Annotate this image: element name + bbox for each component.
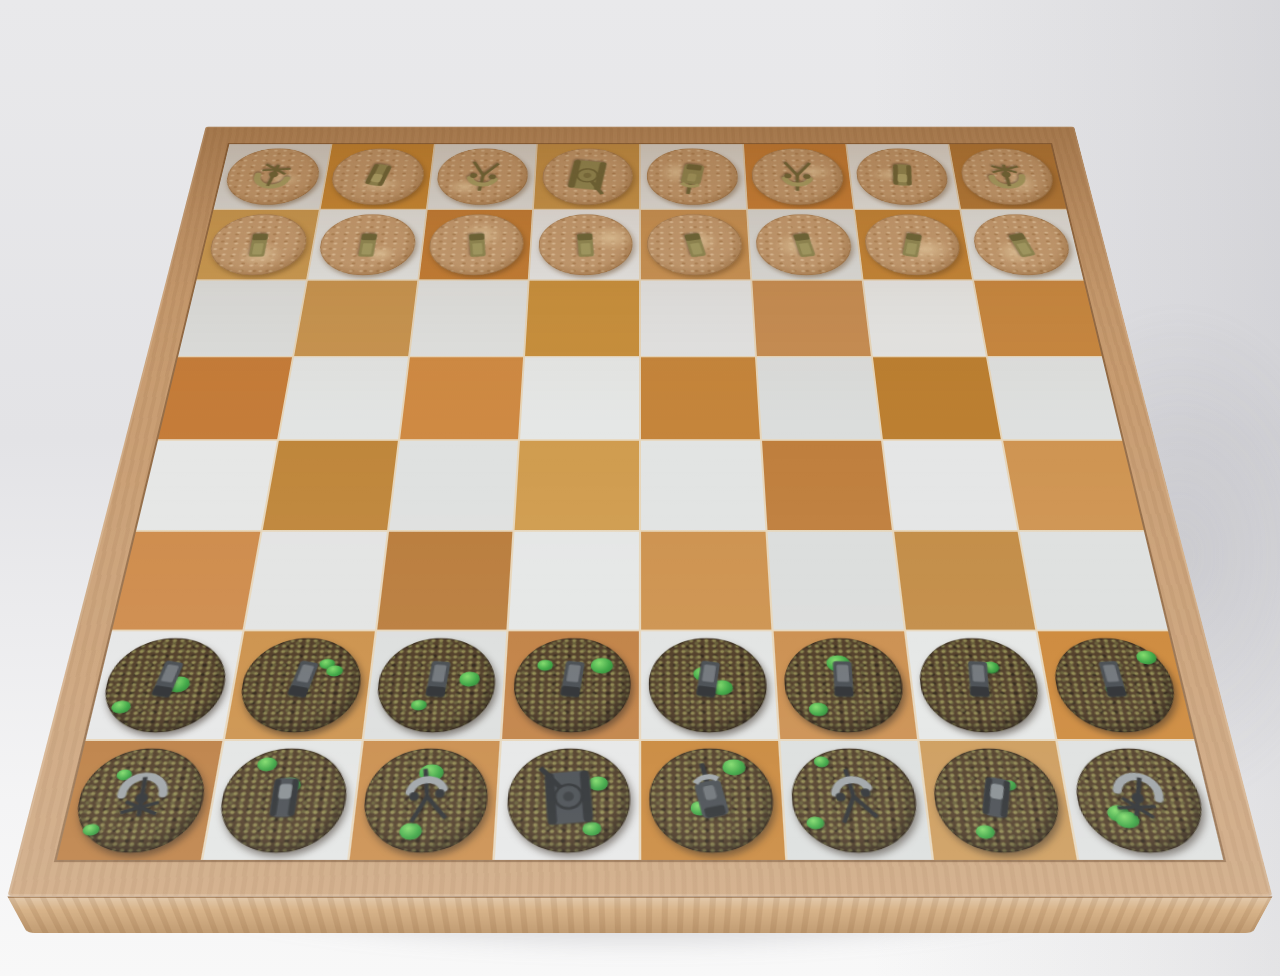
square-b4[interactable] bbox=[262, 441, 397, 530]
tank-icon bbox=[550, 152, 624, 198]
square-f4[interactable] bbox=[762, 441, 892, 530]
square-b7[interactable] bbox=[308, 210, 426, 280]
foliage-tuft bbox=[537, 660, 553, 670]
square-h8[interactable] bbox=[950, 144, 1067, 208]
foliage-tuft bbox=[411, 700, 428, 711]
square-f7[interactable] bbox=[748, 210, 861, 280]
foliage-tuft bbox=[458, 672, 480, 686]
square-a2[interactable] bbox=[86, 631, 242, 739]
board-grid bbox=[57, 144, 1224, 860]
foliage-tuft bbox=[1135, 651, 1158, 665]
foliage-tuft bbox=[110, 700, 132, 713]
piece-white-queen[interactable] bbox=[504, 748, 630, 853]
piece-black-king[interactable] bbox=[647, 148, 739, 205]
square-c3[interactable] bbox=[377, 532, 513, 630]
anti-aircraft-gun-icon bbox=[90, 759, 192, 837]
square-f3[interactable] bbox=[767, 532, 903, 630]
square-d6[interactable] bbox=[525, 281, 639, 356]
photo-scene bbox=[0, 0, 1280, 976]
piece-white-knight[interactable] bbox=[213, 748, 352, 853]
piece-white-pawn[interactable] bbox=[96, 638, 233, 733]
piece-black-rook[interactable] bbox=[221, 148, 324, 205]
square-h1[interactable] bbox=[1058, 741, 1223, 860]
self-propelled-gun-icon bbox=[658, 753, 765, 843]
square-g7[interactable] bbox=[855, 210, 973, 280]
truck-icon bbox=[550, 220, 621, 267]
square-h4[interactable] bbox=[1003, 441, 1143, 530]
square-c2[interactable] bbox=[364, 631, 507, 739]
piece-white-pawn[interactable] bbox=[511, 638, 631, 733]
square-g2[interactable] bbox=[906, 631, 1056, 739]
square-g1[interactable] bbox=[919, 741, 1077, 860]
square-c1[interactable] bbox=[349, 741, 500, 860]
square-b3[interactable] bbox=[244, 532, 386, 630]
foliage-tuft bbox=[588, 777, 608, 791]
square-d3[interactable] bbox=[509, 532, 639, 630]
square-h6[interactable] bbox=[974, 281, 1101, 356]
piece-black-pawn[interactable] bbox=[647, 214, 743, 275]
square-e2[interactable] bbox=[641, 631, 778, 739]
square-d5[interactable] bbox=[520, 357, 639, 439]
piece-black-pawn[interactable] bbox=[204, 214, 311, 275]
square-e1[interactable] bbox=[641, 741, 785, 860]
square-d2[interactable] bbox=[502, 631, 639, 739]
square-a6[interactable] bbox=[178, 281, 305, 356]
foliage-tuft bbox=[1105, 805, 1131, 822]
foliage-tuft bbox=[419, 764, 445, 781]
foliage-tuft bbox=[256, 757, 278, 771]
piece-white-pawn[interactable] bbox=[649, 638, 769, 733]
square-e7[interactable] bbox=[641, 210, 750, 280]
foliage-tuft bbox=[1104, 683, 1122, 694]
square-a5[interactable] bbox=[158, 357, 292, 439]
truck-icon bbox=[655, 218, 735, 270]
piece-white-bishop[interactable] bbox=[358, 748, 491, 853]
field-gun-icon bbox=[445, 153, 520, 198]
anti-aircraft-gun-icon bbox=[1090, 753, 1185, 845]
square-f8[interactable] bbox=[744, 144, 853, 208]
truck-icon bbox=[330, 221, 406, 266]
square-h5[interactable] bbox=[988, 357, 1122, 439]
foliage-tuft bbox=[825, 655, 851, 671]
square-c7[interactable] bbox=[419, 210, 532, 280]
square-a1[interactable] bbox=[57, 741, 222, 860]
truck-icon bbox=[247, 643, 354, 724]
piece-white-pawn[interactable] bbox=[914, 638, 1046, 733]
truck-icon bbox=[660, 645, 754, 723]
foliage-tuft bbox=[582, 822, 601, 836]
piece-black-pawn[interactable] bbox=[315, 214, 419, 275]
square-b5[interactable] bbox=[279, 357, 408, 439]
frame-front-edge bbox=[7, 896, 1272, 933]
square-h2[interactable] bbox=[1038, 631, 1194, 739]
square-g8[interactable] bbox=[847, 144, 960, 208]
anti-aircraft-gun-icon bbox=[231, 151, 314, 199]
board-frame bbox=[7, 127, 1272, 897]
truck-icon bbox=[934, 647, 1024, 719]
field-gun-icon bbox=[800, 754, 909, 842]
square-c6[interactable] bbox=[410, 281, 528, 356]
truck-icon bbox=[524, 645, 619, 721]
piece-black-pawn[interactable] bbox=[861, 214, 965, 275]
piece-white-rook[interactable] bbox=[67, 748, 212, 853]
piece-black-queen[interactable] bbox=[541, 148, 633, 205]
piece-black-bishop[interactable] bbox=[434, 148, 530, 205]
foliage-tuft bbox=[813, 756, 830, 767]
armoured-car-icon bbox=[336, 151, 419, 200]
square-b2[interactable] bbox=[225, 631, 375, 739]
piece-white-king[interactable] bbox=[649, 748, 775, 853]
piece-white-pawn[interactable] bbox=[234, 638, 366, 733]
square-c5[interactable] bbox=[400, 357, 524, 439]
truck-icon bbox=[874, 217, 950, 270]
square-c4[interactable] bbox=[389, 441, 519, 530]
piece-black-pawn[interactable] bbox=[537, 214, 633, 275]
field-gun-icon bbox=[381, 756, 474, 840]
square-h3[interactable] bbox=[1020, 532, 1168, 630]
piece-black-rook[interactable] bbox=[956, 148, 1059, 205]
piece-white-pawn[interactable] bbox=[373, 638, 499, 733]
armoured-car-icon bbox=[233, 761, 333, 836]
truck-icon bbox=[111, 644, 220, 724]
square-g3[interactable] bbox=[894, 532, 1036, 630]
tank-icon bbox=[522, 757, 616, 839]
square-e4[interactable] bbox=[641, 441, 765, 530]
foliage-tuft bbox=[982, 662, 999, 673]
square-e8[interactable] bbox=[641, 144, 746, 208]
square-e3[interactable] bbox=[641, 532, 771, 630]
piece-white-rook[interactable] bbox=[1067, 748, 1212, 853]
truck-icon bbox=[977, 217, 1066, 271]
square-g6[interactable] bbox=[863, 281, 986, 356]
piece-white-bishop[interactable] bbox=[789, 748, 922, 853]
square-f2[interactable] bbox=[773, 631, 916, 739]
square-a4[interactable] bbox=[136, 441, 276, 530]
foliage-tuft bbox=[319, 659, 336, 670]
piece-black-pawn[interactable] bbox=[426, 214, 526, 275]
square-g4[interactable] bbox=[883, 441, 1018, 530]
square-a8[interactable] bbox=[214, 144, 331, 208]
foliage-tuft bbox=[326, 665, 344, 676]
truck-icon bbox=[1063, 647, 1166, 719]
piece-white-knight[interactable] bbox=[928, 748, 1067, 853]
armoured-car-icon bbox=[869, 154, 936, 198]
square-d4[interactable] bbox=[515, 441, 639, 530]
armoured-car-icon bbox=[947, 754, 1043, 844]
truck-icon bbox=[763, 218, 844, 269]
truck-icon bbox=[388, 646, 485, 720]
truck-icon bbox=[220, 221, 296, 266]
foliage-tuft bbox=[974, 825, 995, 839]
foliage-tuft bbox=[980, 661, 1000, 674]
anti-aircraft-gun-icon bbox=[969, 154, 1045, 197]
foliage-tuft bbox=[690, 801, 710, 815]
square-b6[interactable] bbox=[294, 281, 417, 356]
foliage-tuft bbox=[1114, 811, 1142, 828]
foliage-tuft bbox=[166, 677, 191, 692]
chessboard bbox=[7, 127, 1272, 897]
self-propelled-gun-icon bbox=[655, 152, 729, 199]
foliage-tuft bbox=[82, 823, 101, 835]
square-g5[interactable] bbox=[872, 357, 1001, 439]
square-a3[interactable] bbox=[112, 532, 260, 630]
foliage-tuft bbox=[590, 658, 612, 673]
piece-black-pawn[interactable] bbox=[968, 214, 1075, 275]
piece-black-knight[interactable] bbox=[853, 148, 952, 205]
square-b1[interactable] bbox=[203, 741, 361, 860]
square-c8[interactable] bbox=[427, 144, 536, 208]
square-d1[interactable] bbox=[495, 741, 639, 860]
foliage-tuft bbox=[999, 780, 1016, 791]
square-f6[interactable] bbox=[752, 281, 870, 356]
field-gun-icon bbox=[764, 154, 830, 197]
foliage-tuft bbox=[399, 823, 424, 840]
square-a7[interactable] bbox=[197, 210, 319, 280]
foliage-tuft bbox=[693, 667, 713, 681]
square-f1[interactable] bbox=[780, 741, 931, 860]
truck-icon bbox=[442, 219, 513, 268]
square-e6[interactable] bbox=[641, 281, 755, 356]
piece-white-pawn[interactable] bbox=[1047, 638, 1184, 733]
square-h7[interactable] bbox=[961, 210, 1083, 280]
square-d8[interactable] bbox=[534, 144, 639, 208]
piece-black-pawn[interactable] bbox=[754, 214, 854, 275]
foliage-tuft bbox=[277, 777, 303, 793]
foliage-tuft bbox=[806, 817, 825, 830]
foliage-tuft bbox=[809, 703, 829, 716]
piece-black-knight[interactable] bbox=[328, 148, 427, 205]
piece-white-pawn[interactable] bbox=[782, 638, 908, 733]
foliage-tuft bbox=[722, 759, 746, 775]
foliage-tuft bbox=[710, 680, 733, 695]
square-e5[interactable] bbox=[641, 357, 760, 439]
square-f5[interactable] bbox=[757, 357, 881, 439]
square-b8[interactable] bbox=[321, 144, 434, 208]
piece-black-bishop[interactable] bbox=[750, 148, 846, 205]
foliage-tuft bbox=[115, 770, 133, 781]
truck-icon bbox=[800, 648, 888, 718]
square-d7[interactable] bbox=[530, 210, 639, 280]
